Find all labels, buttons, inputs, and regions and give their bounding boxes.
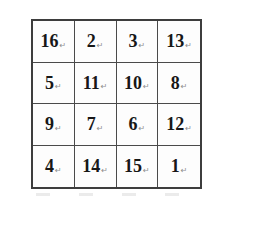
cell-value: 5 — [45, 74, 54, 92]
cell-r4c2: 14↵ — [75, 146, 117, 188]
cell-r2c4: 8↵ — [158, 63, 200, 105]
cell-r3c1: 9↵ — [33, 104, 75, 146]
magic-square-board: 16↵ 2↵ 3↵ 13↵ 5↵ 11↵ 10↵ 8↵ 9↵ 7↵ 6↵ 12↵… — [31, 19, 202, 189]
cell-value: 15 — [124, 157, 142, 175]
cell-value: 1 — [171, 157, 180, 175]
cell-r1c1: 16↵ — [33, 21, 75, 63]
cell-r4c1: 4↵ — [33, 146, 75, 188]
paragraph-mark-icon: ↵ — [181, 82, 188, 91]
paragraph-mark-icon: ↵ — [60, 41, 67, 50]
paragraph-mark-icon: ↵ — [55, 124, 62, 133]
cell-value: 4 — [45, 157, 54, 175]
cell-value: 11 — [83, 74, 100, 92]
cell-value: 7 — [87, 115, 96, 133]
paragraph-mark-icon: ↵ — [181, 166, 188, 175]
paragraph-mark-icon: ↵ — [143, 166, 150, 175]
paragraph-mark-icon: ↵ — [101, 82, 108, 91]
cell-r2c1: 5↵ — [33, 63, 75, 105]
cell-value: 3 — [129, 32, 138, 50]
cell-r3c4: 12↵ — [158, 104, 200, 146]
cell-r1c3: 3↵ — [117, 21, 159, 63]
paragraph-mark-icon: ↵ — [139, 124, 146, 133]
cell-value: 6 — [129, 115, 138, 133]
cell-r3c2: 7↵ — [75, 104, 117, 146]
cell-value: 9 — [45, 115, 54, 133]
cell-value: 2 — [87, 32, 96, 50]
cell-r2c2: 11↵ — [75, 63, 117, 105]
paragraph-mark-icon: ↵ — [97, 124, 104, 133]
cell-value: 10 — [124, 74, 142, 92]
paragraph-mark-icon: ↵ — [139, 41, 146, 50]
compression-artifact-smudge — [36, 193, 200, 196]
cell-r2c3: 10↵ — [117, 63, 159, 105]
paragraph-mark-icon: ↵ — [143, 82, 150, 91]
cell-r1c2: 2↵ — [75, 21, 117, 63]
cell-value: 14 — [82, 157, 100, 175]
cell-value: 8 — [171, 74, 180, 92]
paragraph-mark-icon: ↵ — [185, 124, 192, 133]
cell-value: 12 — [166, 115, 184, 133]
paragraph-mark-icon: ↵ — [55, 82, 62, 91]
cell-r4c4: 1↵ — [158, 146, 200, 188]
cell-value: 13 — [166, 32, 184, 50]
cell-value: 16 — [41, 32, 59, 50]
paragraph-mark-icon: ↵ — [185, 41, 192, 50]
paragraph-mark-icon: ↵ — [97, 41, 104, 50]
cell-r3c3: 6↵ — [117, 104, 159, 146]
cell-r1c4: 13↵ — [158, 21, 200, 63]
cell-r4c3: 15↵ — [117, 146, 159, 188]
paragraph-mark-icon: ↵ — [55, 166, 62, 175]
paragraph-mark-icon: ↵ — [101, 166, 108, 175]
